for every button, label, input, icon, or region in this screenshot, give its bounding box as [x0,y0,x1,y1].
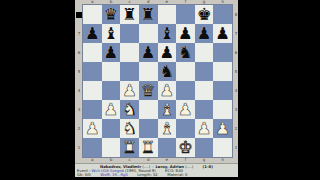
white-knight-c3[interactable]: ♞ [120,100,139,119]
black-bishop-b7[interactable]: ♝ [102,24,121,43]
rank-label-6: 6 [76,43,82,62]
file-label-g: g [195,0,214,4]
square-e8[interactable] [158,5,177,24]
square-d3[interactable] [139,100,158,119]
square-e6[interactable]: ♟ [158,43,177,62]
square-f7[interactable]: ♟ [176,24,195,43]
rank-label-5: 5 [233,62,239,81]
square-c2[interactable]: ♞ [120,119,139,138]
rank-label-8: 8 [233,5,239,24]
white-pawn-e4[interactable]: ♟ [158,81,177,100]
square-h5[interactable] [213,62,232,81]
file-label-d: d [139,0,158,4]
square-b3[interactable]: ♟ [102,100,121,119]
file-label-h: h [213,0,232,4]
square-f8[interactable] [176,5,195,24]
file-label-b: b [102,0,121,4]
square-g3[interactable] [195,100,214,119]
chess-board[interactable]: ♛♜♜♚♟♝♝♟♟♟♟♟♟♞♞♟♛♟♟♞♝♟♟♞♝♟♟♜♜♚ [83,5,232,157]
black-queen-b8[interactable]: ♛ [102,5,121,24]
square-e3[interactable]: ♝ [158,100,177,119]
stat-length: Length: 52 [137,172,157,177]
game-result: (1-0) [203,164,213,169]
square-b4[interactable] [102,81,121,100]
square-e7[interactable]: ♝ [158,24,177,43]
square-h4[interactable] [213,81,232,100]
rank-label-3: 3 [233,100,239,119]
white-knight-c2[interactable]: ♞ [120,119,139,138]
square-e2[interactable]: ♝ [158,119,177,138]
square-d2[interactable] [139,119,158,138]
black-rook-c8[interactable]: ♜ [120,5,139,24]
side-to-move-indicator [76,12,82,18]
black-rook-d8[interactable]: ♜ [139,5,158,24]
square-d6[interactable]: ♟ [139,43,158,62]
square-b6[interactable]: ♟ [102,43,121,62]
square-h3[interactable] [213,100,232,119]
square-b8[interactable]: ♛ [102,5,121,24]
square-a2[interactable]: ♟ [83,119,102,138]
square-g1[interactable] [195,138,214,157]
black-pawn-d6[interactable]: ♟ [139,43,158,62]
square-a4[interactable] [83,81,102,100]
letterbox-left [0,0,75,180]
square-h6[interactable] [213,43,232,62]
black-bishop-e7[interactable]: ♝ [158,24,177,43]
square-f3[interactable]: ♟ [176,100,195,119]
file-label-c: c [120,0,139,4]
square-b7[interactable]: ♝ [102,24,121,43]
rank-labels-right: 87654321 [233,5,239,157]
square-e1[interactable] [158,138,177,157]
square-h7[interactable]: ♟ [213,24,232,43]
square-c1[interactable]: ♜ [120,138,139,157]
rank-label-2: 2 [233,119,239,138]
rank-label-3: 3 [76,100,82,119]
white-pawn-f3[interactable]: ♟ [176,100,195,119]
square-c3[interactable]: ♞ [120,100,139,119]
square-b2[interactable] [102,119,121,138]
white-bishop-e2[interactable]: ♝ [158,119,177,138]
white-pawn-h2[interactable]: ♟ [213,119,232,138]
square-h1[interactable] [213,138,232,157]
square-e5[interactable]: ♞ [158,62,177,81]
white-king-f1[interactable]: ♚ [176,138,195,157]
square-a6[interactable] [83,43,102,62]
square-e4[interactable]: ♟ [158,81,177,100]
square-h8[interactable] [213,5,232,24]
white-pawn-b3[interactable]: ♟ [102,100,121,119]
square-a1[interactable] [83,138,102,157]
letterbox-right [238,0,320,180]
black-player-elo: (….) [185,164,193,169]
file-label-f: f [176,0,195,4]
square-c6[interactable] [120,43,139,62]
square-a3[interactable] [83,100,102,119]
black-pawn-g7[interactable]: ♟ [195,24,214,43]
black-pawn-e6[interactable]: ♟ [158,43,177,62]
square-d5[interactable] [139,62,158,81]
square-d7[interactable] [139,24,158,43]
black-pawn-a7[interactable]: ♟ [83,24,102,43]
black-pawn-b6[interactable]: ♟ [102,43,121,62]
square-b1[interactable] [102,138,121,157]
rank-label-7: 7 [76,24,82,43]
white-rook-d1[interactable]: ♜ [139,138,158,157]
black-king-g8[interactable]: ♚ [195,5,214,24]
stat-move: WxM: 19...Rg5 [100,172,128,177]
file-label-e: e [158,0,177,4]
black-knight-f6[interactable]: ♞ [176,43,195,62]
square-h2[interactable]: ♟ [213,119,232,138]
square-d1[interactable]: ♜ [139,138,158,157]
black-pawn-f7[interactable]: ♟ [176,24,195,43]
white-rook-c1[interactable]: ♜ [120,138,139,157]
file-labels-top: abcdefgh [83,0,232,4]
square-c4[interactable]: ♟ [120,81,139,100]
square-c7[interactable] [120,24,139,43]
file-label-a: a [83,0,102,4]
square-b5[interactable] [102,62,121,81]
board-frame: abcdefgh 87654321 87654321 abcdefgh ♛♜♜♚… [75,0,238,163]
square-f5[interactable] [176,62,195,81]
rank-label-1: 1 [233,138,239,157]
square-f2[interactable] [176,119,195,138]
game-info-panel: Nakadrov, Vladimir (….) -- Leroy, Adrien… [75,163,238,177]
square-c5[interactable] [120,62,139,81]
rank-label-4: 4 [76,81,82,100]
rank-label-6: 6 [233,43,239,62]
white-pawn-a2[interactable]: ♟ [83,119,102,138]
square-f6[interactable]: ♞ [176,43,195,62]
square-d4[interactable]: ♛ [139,81,158,100]
square-f1[interactable]: ♚ [176,138,195,157]
square-g4[interactable] [195,81,214,100]
rank-label-2: 2 [76,119,82,138]
square-c8[interactable]: ♜ [120,5,139,24]
square-a5[interactable] [83,62,102,81]
rank-label-1: 1 [76,138,82,157]
black-pawn-h7[interactable]: ♟ [213,24,232,43]
white-pawn-c4[interactable]: ♟ [120,81,139,100]
stat-material: Material: 0 [167,172,187,177]
black-knight-e5[interactable]: ♞ [158,62,177,81]
square-g7[interactable]: ♟ [195,24,214,43]
stat-gk: Gk: 0/0 [77,172,91,177]
stats-line: Gk: 0/0 WxM: 19...Rg5 Length: 52 Materia… [77,173,238,177]
white-bishop-e3[interactable]: ♝ [158,100,177,119]
square-g5[interactable] [195,62,214,81]
white-queen-d4[interactable]: ♛ [139,81,158,100]
square-a7[interactable]: ♟ [83,24,102,43]
square-a8[interactable] [83,5,102,24]
square-g8[interactable]: ♚ [195,5,214,24]
rank-label-7: 7 [233,24,239,43]
square-f4[interactable] [176,81,195,100]
white-pawn-g2[interactable]: ♟ [195,119,214,138]
rank-labels-left: 87654321 [76,5,82,157]
square-d8[interactable]: ♜ [139,5,158,24]
rank-label-4: 4 [233,81,239,100]
square-g2[interactable]: ♟ [195,119,214,138]
square-g6[interactable] [195,43,214,62]
rank-label-5: 5 [76,62,82,81]
